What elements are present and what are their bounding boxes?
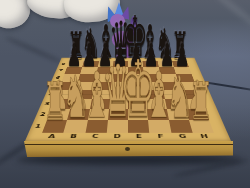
bedsheet-background: ABCDEFGH12345678 ♜♞♝♛♚♝♞♜♟♟♟♟♟♟♟♟♟♟♟♟♟♟♟… [0, 0, 250, 188]
square-e1 [128, 120, 149, 132]
rank-label-6: 6 [55, 76, 61, 79]
board-squares [42, 61, 214, 133]
file-label-a: A [47, 134, 56, 139]
square-d5 [111, 82, 128, 90]
square-b2 [67, 109, 89, 120]
square-e2 [128, 109, 148, 120]
square-d1 [107, 120, 128, 132]
square-c1 [85, 120, 108, 132]
file-label-h: H [200, 134, 209, 139]
square-f2 [147, 109, 168, 120]
board-front-edge [24, 141, 233, 157]
square-h6 [176, 74, 195, 82]
square-c2 [87, 109, 108, 120]
square-e3 [128, 99, 147, 109]
file-label-c: C [92, 134, 99, 139]
rank-label-1: 1 [34, 124, 42, 129]
box-clasp [125, 147, 130, 151]
file-label-g: G [178, 134, 187, 139]
square-c5 [93, 82, 111, 90]
square-d7 [112, 67, 128, 74]
square-d3 [109, 99, 128, 109]
square-e5 [128, 82, 145, 90]
chess-board: ABCDEFGH12345678 [25, 58, 231, 141]
square-b6 [78, 74, 96, 82]
sheet-wrinkle [4, 35, 64, 65]
square-f7 [143, 67, 160, 74]
rank-label-3: 3 [44, 102, 51, 106]
pony-figurine [103, 2, 143, 60]
file-label-d: D [113, 134, 121, 139]
pony-body [112, 31, 133, 48]
square-b1 [64, 120, 88, 132]
pony-head [110, 14, 125, 28]
box-seam [24, 144, 233, 146]
square-f1 [148, 120, 171, 132]
rank-label-8: 8 [61, 63, 66, 65]
square-h7 [174, 67, 192, 74]
square-h5 [178, 82, 198, 90]
square-c6 [95, 74, 112, 82]
square-d2 [108, 109, 128, 120]
square-f6 [144, 74, 161, 82]
sheet-wrinkle [205, 0, 250, 34]
rank-label-7: 7 [58, 69, 63, 72]
square-f5 [145, 82, 163, 90]
rank-label-2: 2 [39, 112, 46, 116]
square-f3 [146, 99, 166, 109]
square-b5 [76, 82, 95, 90]
square-c7 [96, 67, 113, 74]
file-label-f: F [157, 134, 164, 139]
file-label-b: B [69, 134, 77, 139]
square-b3 [70, 99, 91, 109]
square-h2 [186, 109, 209, 120]
rank-label-4: 4 [48, 92, 54, 96]
square-e6 [128, 74, 145, 82]
rank-label-5: 5 [52, 84, 58, 87]
square-d6 [111, 74, 128, 82]
file-label-e: E [136, 134, 142, 139]
square-b7 [80, 67, 97, 74]
square-c3 [90, 99, 110, 109]
square-e7 [128, 67, 144, 74]
square-h1 [189, 120, 214, 132]
square-h3 [183, 99, 205, 109]
